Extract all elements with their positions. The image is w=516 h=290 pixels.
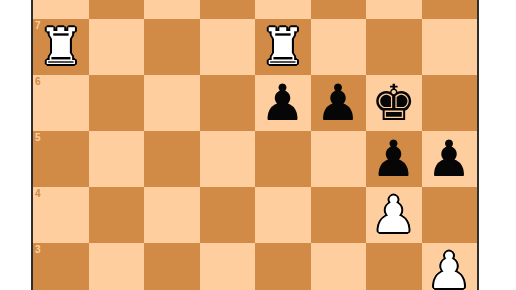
square-d5[interactable] bbox=[200, 131, 256, 187]
square-h6[interactable] bbox=[422, 75, 478, 131]
square-c4[interactable] bbox=[144, 187, 200, 243]
square-c5[interactable] bbox=[144, 131, 200, 187]
square-e3[interactable] bbox=[255, 243, 311, 290]
white-pawn-g4[interactable]: ♟ bbox=[371, 187, 416, 243]
square-f8[interactable] bbox=[311, 0, 367, 19]
square-f3[interactable] bbox=[311, 243, 367, 290]
black-pawn-g5[interactable]: ♟ bbox=[371, 131, 416, 187]
square-a4[interactable]: 4 bbox=[33, 187, 89, 243]
square-h8[interactable] bbox=[422, 0, 478, 19]
square-h3[interactable]: ♟ bbox=[422, 243, 478, 290]
rank-label-5: 5 bbox=[35, 132, 41, 143]
square-h4[interactable] bbox=[422, 187, 478, 243]
square-a7[interactable]: 7♜ bbox=[33, 19, 89, 75]
square-d7[interactable] bbox=[200, 19, 256, 75]
page-background: 87♜♜6♟♟♚5♟♟4♟3♟21 bbox=[0, 0, 516, 290]
square-g8[interactable] bbox=[366, 0, 422, 19]
square-d8[interactable] bbox=[200, 0, 256, 19]
rank-label-4: 4 bbox=[35, 188, 41, 199]
square-a6[interactable]: 6 bbox=[33, 75, 89, 131]
square-a3[interactable]: 3 bbox=[33, 243, 89, 290]
square-b4[interactable] bbox=[89, 187, 145, 243]
square-b6[interactable] bbox=[89, 75, 145, 131]
black-pawn-e6[interactable]: ♟ bbox=[260, 75, 305, 131]
rank-label-6: 6 bbox=[35, 76, 41, 87]
square-f7[interactable] bbox=[311, 19, 367, 75]
square-e7[interactable]: ♜ bbox=[255, 19, 311, 75]
square-g3[interactable] bbox=[366, 243, 422, 290]
square-f6[interactable]: ♟ bbox=[311, 75, 367, 131]
square-d3[interactable] bbox=[200, 243, 256, 290]
square-f4[interactable] bbox=[311, 187, 367, 243]
square-f5[interactable] bbox=[311, 131, 367, 187]
square-b7[interactable] bbox=[89, 19, 145, 75]
square-h7[interactable] bbox=[422, 19, 478, 75]
white-rook-e7[interactable]: ♜ bbox=[260, 19, 305, 75]
black-king-g6[interactable]: ♚ bbox=[371, 75, 416, 131]
rank-label-7: 7 bbox=[35, 20, 41, 31]
square-c6[interactable] bbox=[144, 75, 200, 131]
square-b3[interactable] bbox=[89, 243, 145, 290]
rank-label-3: 3 bbox=[35, 244, 41, 255]
square-c8[interactable] bbox=[144, 0, 200, 19]
white-pawn-h3[interactable]: ♟ bbox=[427, 243, 472, 290]
square-a5[interactable]: 5 bbox=[33, 131, 89, 187]
black-pawn-h5[interactable]: ♟ bbox=[427, 131, 472, 187]
square-e6[interactable]: ♟ bbox=[255, 75, 311, 131]
square-g6[interactable]: ♚ bbox=[366, 75, 422, 131]
black-pawn-f6[interactable]: ♟ bbox=[316, 75, 361, 131]
square-e4[interactable] bbox=[255, 187, 311, 243]
square-e5[interactable] bbox=[255, 131, 311, 187]
square-c3[interactable] bbox=[144, 243, 200, 290]
chess-board: 87♜♜6♟♟♚5♟♟4♟3♟21 bbox=[31, 0, 479, 290]
square-g5[interactable]: ♟ bbox=[366, 131, 422, 187]
square-b8[interactable] bbox=[89, 0, 145, 19]
square-h5[interactable]: ♟ bbox=[422, 131, 478, 187]
square-d4[interactable] bbox=[200, 187, 256, 243]
square-b5[interactable] bbox=[89, 131, 145, 187]
square-d6[interactable] bbox=[200, 75, 256, 131]
square-g7[interactable] bbox=[366, 19, 422, 75]
square-e8[interactable] bbox=[255, 0, 311, 19]
square-g4[interactable]: ♟ bbox=[366, 187, 422, 243]
square-c7[interactable] bbox=[144, 19, 200, 75]
white-rook-a7[interactable]: ♜ bbox=[38, 19, 83, 75]
square-a8[interactable]: 8 bbox=[33, 0, 89, 19]
